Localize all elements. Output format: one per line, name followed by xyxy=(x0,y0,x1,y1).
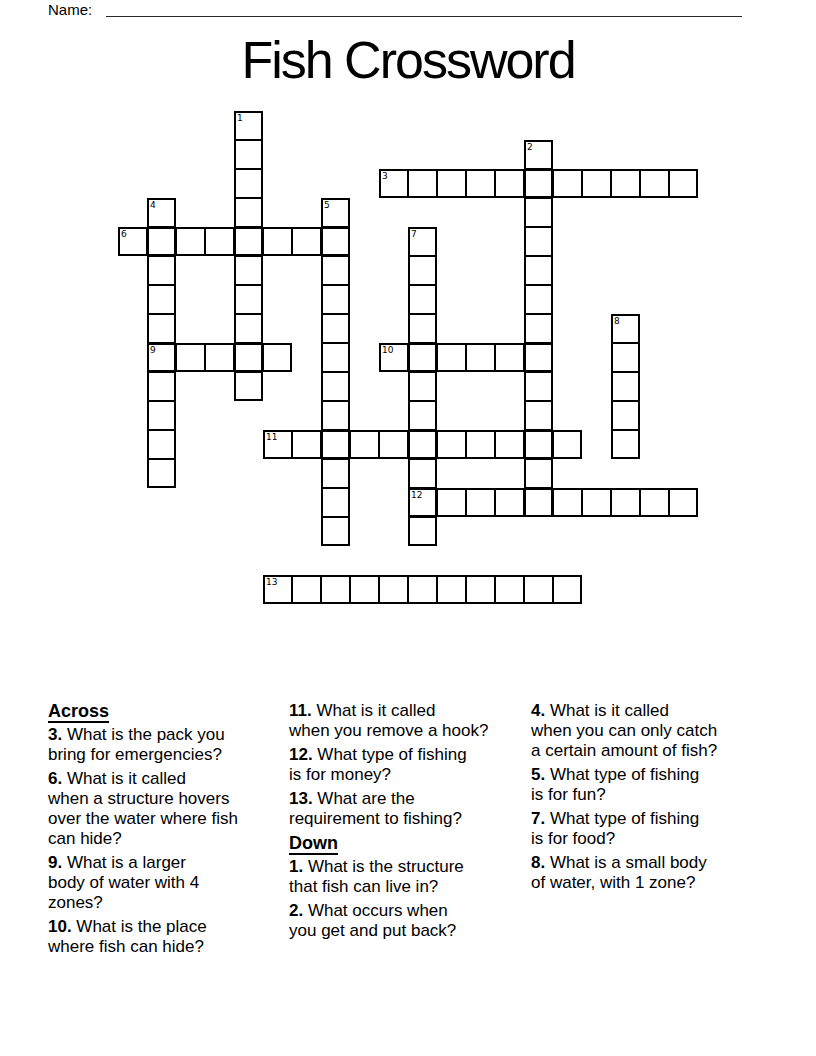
clue-12: 12. What type of fishingis for money? xyxy=(289,745,529,785)
worksheet-page: Name: Fish Crossword 12345678910111213 A… xyxy=(0,0,816,1056)
clue-column-1: Across3. What is the pack youbring for e… xyxy=(48,701,288,961)
clue-10: 10. What is the placewhere fish can hide… xyxy=(48,917,288,957)
clue-column-3: 4. What is it calledwhen you can only ca… xyxy=(531,701,771,897)
clue-4: 4. What is it calledwhen you can only ca… xyxy=(531,701,771,761)
clue-7: 7. What type of fishingis for food? xyxy=(531,809,771,849)
clue-8: 8. What is a small bodyof water, with 1 … xyxy=(531,853,771,893)
down-heading: Down xyxy=(289,833,529,853)
clue-column-2: 11. What is it calledwhen you remove a h… xyxy=(289,701,529,945)
clue-9: 9. What is a largerbody of water with 4z… xyxy=(48,853,288,913)
clue-1: 1. What is the structurethat fish can li… xyxy=(289,857,529,897)
across-heading: Across xyxy=(48,701,288,721)
clue-13: 13. What are therequirement to fishing? xyxy=(289,789,529,829)
clue-6: 6. What is it calledwhen a structure hov… xyxy=(48,769,288,849)
clue-2: 2. What occurs whenyou get and put back? xyxy=(289,901,529,941)
clue-3: 3. What is the pack youbring for emergen… xyxy=(48,725,288,765)
clue-5: 5. What type of fishingis for fun? xyxy=(531,765,771,805)
clue-11: 11. What is it calledwhen you remove a h… xyxy=(289,701,529,741)
clues-section: Across3. What is the pack youbring for e… xyxy=(0,0,816,1056)
